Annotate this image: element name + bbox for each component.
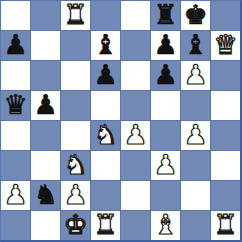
square-e3[interactable] (121, 151, 150, 180)
square-e1[interactable] (121, 211, 150, 240)
piece-white-queen[interactable]: ♛ (213, 31, 237, 58)
square-c6[interactable] (61, 61, 90, 90)
square-b4[interactable] (31, 121, 60, 150)
piece-white-rook[interactable]: ♜ (93, 211, 117, 238)
square-d3[interactable] (91, 151, 120, 180)
piece-white-knight[interactable]: ♞ (63, 151, 87, 178)
square-b1[interactable] (31, 211, 60, 240)
square-a6[interactable] (1, 61, 30, 90)
square-f6[interactable]: ♟ (151, 61, 180, 90)
square-c2[interactable]: ♟ (61, 181, 90, 210)
square-g8[interactable]: ♚ (181, 1, 210, 30)
piece-black-queen[interactable]: ♛ (3, 91, 27, 118)
piece-black-pawn[interactable]: ♟ (153, 61, 177, 88)
piece-black-pawn[interactable]: ♟ (93, 61, 117, 88)
piece-black-king[interactable]: ♚ (183, 1, 207, 28)
square-h6[interactable] (211, 61, 240, 90)
piece-black-pawn[interactable]: ♟ (33, 91, 57, 118)
piece-white-pawn[interactable]: ♟ (183, 121, 207, 148)
square-c8[interactable]: ♜ (61, 1, 90, 30)
square-f5[interactable] (151, 91, 180, 120)
piece-black-pawn[interactable]: ♟ (153, 31, 177, 58)
square-g2[interactable] (181, 181, 210, 210)
square-e7[interactable] (121, 31, 150, 60)
chess-board: ♜♜♚♟♝♟♝♛♟♟♟♛♟♞♟♟♞♟♟♞♟♚♜♝♜ (0, 0, 242, 242)
square-h7[interactable]: ♛ (211, 31, 240, 60)
square-b6[interactable] (31, 61, 60, 90)
piece-white-rook[interactable]: ♜ (63, 1, 87, 28)
square-b8[interactable] (31, 1, 60, 30)
piece-white-rook[interactable]: ♜ (213, 211, 237, 238)
square-g4[interactable]: ♟ (181, 121, 210, 150)
square-c7[interactable] (61, 31, 90, 60)
square-h1[interactable]: ♜ (211, 211, 240, 240)
piece-white-pawn[interactable]: ♟ (123, 121, 147, 148)
square-h5[interactable] (211, 91, 240, 120)
square-h2[interactable] (211, 181, 240, 210)
square-f1[interactable]: ♝ (151, 211, 180, 240)
square-h8[interactable] (211, 1, 240, 30)
square-e4[interactable]: ♟ (121, 121, 150, 150)
piece-white-bishop[interactable]: ♝ (153, 211, 177, 238)
square-g6[interactable]: ♟ (181, 61, 210, 90)
square-d5[interactable] (91, 91, 120, 120)
square-d1[interactable]: ♜ (91, 211, 120, 240)
piece-white-pawn[interactable]: ♟ (3, 181, 27, 208)
piece-black-bishop[interactable]: ♝ (183, 31, 207, 58)
square-g5[interactable] (181, 91, 210, 120)
square-g7[interactable]: ♝ (181, 31, 210, 60)
square-c5[interactable] (61, 91, 90, 120)
square-b3[interactable] (31, 151, 60, 180)
square-b5[interactable]: ♟ (31, 91, 60, 120)
square-d4[interactable]: ♞ (91, 121, 120, 150)
square-d2[interactable] (91, 181, 120, 210)
square-d6[interactable]: ♟ (91, 61, 120, 90)
piece-white-pawn[interactable]: ♟ (153, 151, 177, 178)
square-c4[interactable] (61, 121, 90, 150)
square-f4[interactable] (151, 121, 180, 150)
piece-white-pawn[interactable]: ♟ (183, 61, 207, 88)
square-e6[interactable] (121, 61, 150, 90)
square-e2[interactable] (121, 181, 150, 210)
square-d7[interactable]: ♝ (91, 31, 120, 60)
piece-black-knight[interactable]: ♞ (33, 181, 57, 208)
square-f2[interactable] (151, 181, 180, 210)
square-b7[interactable] (31, 31, 60, 60)
square-f8[interactable]: ♜ (151, 1, 180, 30)
piece-black-pawn[interactable]: ♟ (3, 31, 27, 58)
piece-black-rook[interactable]: ♜ (153, 1, 177, 28)
piece-white-king[interactable]: ♚ (63, 211, 87, 238)
piece-white-knight[interactable]: ♞ (93, 121, 117, 148)
square-a4[interactable] (1, 121, 30, 150)
square-a7[interactable]: ♟ (1, 31, 30, 60)
square-g1[interactable] (181, 211, 210, 240)
square-a2[interactable]: ♟ (1, 181, 30, 210)
square-a1[interactable] (1, 211, 30, 240)
square-c1[interactable]: ♚ (61, 211, 90, 240)
square-a8[interactable] (1, 1, 30, 30)
piece-black-bishop[interactable]: ♝ (93, 31, 117, 58)
square-f3[interactable]: ♟ (151, 151, 180, 180)
square-f7[interactable]: ♟ (151, 31, 180, 60)
piece-white-pawn[interactable]: ♟ (63, 181, 87, 208)
square-b2[interactable]: ♞ (31, 181, 60, 210)
square-a5[interactable]: ♛ (1, 91, 30, 120)
square-c3[interactable]: ♞ (61, 151, 90, 180)
square-e8[interactable] (121, 1, 150, 30)
square-e5[interactable] (121, 91, 150, 120)
square-a3[interactable] (1, 151, 30, 180)
square-h3[interactable] (211, 151, 240, 180)
square-h4[interactable] (211, 121, 240, 150)
square-g3[interactable] (181, 151, 210, 180)
square-d8[interactable] (91, 1, 120, 30)
